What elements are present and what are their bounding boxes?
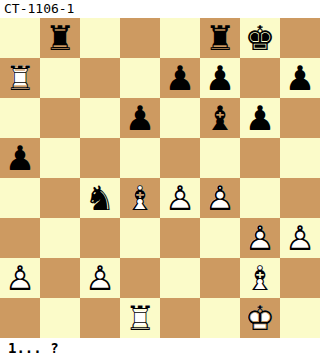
square-c4[interactable]: ♞: [80, 178, 120, 218]
black-king-piece: ♚: [240, 18, 280, 58]
move-prompt: 1... ?: [0, 338, 320, 360]
square-b1[interactable]: [40, 298, 80, 338]
white-king-piece: ♔: [240, 298, 280, 338]
square-d8[interactable]: [120, 18, 160, 58]
square-e2[interactable]: [160, 258, 200, 298]
white-pawn-piece: ♙: [0, 258, 40, 298]
white-pawn-piece: ♙: [80, 258, 120, 298]
square-d7[interactable]: [120, 58, 160, 98]
square-d5[interactable]: [120, 138, 160, 178]
square-d3[interactable]: [120, 218, 160, 258]
square-h7[interactable]: ♟: [280, 58, 320, 98]
square-f2[interactable]: [200, 258, 240, 298]
square-c7[interactable]: [80, 58, 120, 98]
square-a8[interactable]: [0, 18, 40, 58]
square-g2[interactable]: ♝♗: [240, 258, 280, 298]
white-rook-piece: ♖: [0, 58, 40, 98]
square-a2[interactable]: ♟♙: [0, 258, 40, 298]
square-h4[interactable]: [280, 178, 320, 218]
black-pawn-piece: ♟: [240, 98, 280, 138]
square-d2[interactable]: [120, 258, 160, 298]
black-rook-piece: ♜: [200, 18, 240, 58]
square-b7[interactable]: [40, 58, 80, 98]
square-b5[interactable]: [40, 138, 80, 178]
white-pawn-piece: ♙: [160, 178, 200, 218]
square-h5[interactable]: [280, 138, 320, 178]
square-f7[interactable]: ♟: [200, 58, 240, 98]
square-f5[interactable]: [200, 138, 240, 178]
white-pawn-piece: ♙: [200, 178, 240, 218]
black-knight-piece: ♞: [80, 178, 120, 218]
square-g3[interactable]: ♟♙: [240, 218, 280, 258]
square-g6[interactable]: ♟: [240, 98, 280, 138]
square-a1[interactable]: [0, 298, 40, 338]
square-d1[interactable]: ♜♖: [120, 298, 160, 338]
black-rook-piece: ♜: [40, 18, 80, 58]
square-f3[interactable]: [200, 218, 240, 258]
square-b4[interactable]: [40, 178, 80, 218]
white-bishop-piece: ♗: [240, 258, 280, 298]
puzzle-title: CT-1106-1: [0, 0, 320, 18]
square-h6[interactable]: [280, 98, 320, 138]
square-h8[interactable]: [280, 18, 320, 58]
square-b2[interactable]: [40, 258, 80, 298]
square-c2[interactable]: ♟♙: [80, 258, 120, 298]
square-a4[interactable]: [0, 178, 40, 218]
square-h1[interactable]: [280, 298, 320, 338]
square-c3[interactable]: [80, 218, 120, 258]
black-pawn-piece: ♟: [200, 58, 240, 98]
white-bishop-piece: ♗: [120, 178, 160, 218]
white-pawn-piece: ♙: [280, 218, 320, 258]
square-g5[interactable]: [240, 138, 280, 178]
square-h2[interactable]: [280, 258, 320, 298]
black-pawn-piece: ♟: [120, 98, 160, 138]
black-bishop-piece: ♝: [200, 98, 240, 138]
square-a3[interactable]: [0, 218, 40, 258]
square-d6[interactable]: ♟: [120, 98, 160, 138]
square-g7[interactable]: [240, 58, 280, 98]
square-b6[interactable]: [40, 98, 80, 138]
square-e8[interactable]: [160, 18, 200, 58]
square-e1[interactable]: [160, 298, 200, 338]
black-pawn-piece: ♟: [160, 58, 200, 98]
square-c1[interactable]: [80, 298, 120, 338]
chess-board: ♜♜♚♜♖♟♟♟♟♝♟♟♞♝♗♟♙♟♙♟♙♟♙♟♙♟♙♝♗♜♖♚♔: [0, 18, 320, 338]
square-b8[interactable]: ♜: [40, 18, 80, 58]
square-e5[interactable]: [160, 138, 200, 178]
square-a7[interactable]: ♜♖: [0, 58, 40, 98]
square-f6[interactable]: ♝: [200, 98, 240, 138]
square-c6[interactable]: [80, 98, 120, 138]
square-b3[interactable]: [40, 218, 80, 258]
square-f4[interactable]: ♟♙: [200, 178, 240, 218]
square-f1[interactable]: [200, 298, 240, 338]
square-a6[interactable]: [0, 98, 40, 138]
white-rook-piece: ♖: [120, 298, 160, 338]
square-g8[interactable]: ♚: [240, 18, 280, 58]
square-a5[interactable]: ♟: [0, 138, 40, 178]
square-e4[interactable]: ♟♙: [160, 178, 200, 218]
black-pawn-piece: ♟: [280, 58, 320, 98]
square-h3[interactable]: ♟♙: [280, 218, 320, 258]
square-e6[interactable]: [160, 98, 200, 138]
black-pawn-piece: ♟: [0, 138, 40, 178]
square-e7[interactable]: ♟: [160, 58, 200, 98]
square-f8[interactable]: ♜: [200, 18, 240, 58]
square-c8[interactable]: [80, 18, 120, 58]
white-pawn-piece: ♙: [240, 218, 280, 258]
square-e3[interactable]: [160, 218, 200, 258]
square-g4[interactable]: [240, 178, 280, 218]
square-c5[interactable]: [80, 138, 120, 178]
square-g1[interactable]: ♚♔: [240, 298, 280, 338]
square-d4[interactable]: ♝♗: [120, 178, 160, 218]
